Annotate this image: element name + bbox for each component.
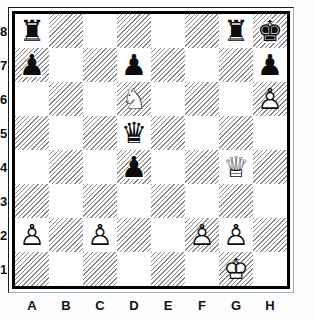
square-g3[interactable] — [219, 184, 253, 218]
square-f3[interactable] — [185, 184, 219, 218]
square-d4[interactable]: ♟♟ — [117, 150, 151, 184]
piece-black-rook: ♜♜ — [15, 14, 49, 48]
piece-white-pawn: ♟♙ — [219, 218, 253, 252]
square-d5[interactable]: ♛♛ — [117, 116, 151, 150]
file-label-f: F — [185, 296, 219, 314]
piece-body-layer: ♟ — [15, 48, 49, 82]
file-label-c: C — [83, 296, 117, 314]
piece-black-pawn: ♟♟ — [15, 48, 49, 82]
square-f5[interactable] — [185, 116, 219, 150]
square-h4[interactable] — [253, 150, 287, 184]
square-a8[interactable]: ♜♜ — [15, 14, 49, 48]
square-c8[interactable] — [83, 14, 117, 48]
piece-body-layer: ♟ — [253, 48, 287, 82]
chess-diagram: ♜♜♜♜♚♚♟♟♟♟♟♟♞♘♟♙♛♛♟♟♛♕♟♙♟♙♟♙♟♙♚♔ 8765432… — [0, 0, 314, 320]
rank-label-5: 5 — [0, 116, 7, 150]
square-g1[interactable]: ♚♔ — [219, 252, 253, 286]
file-label-g: G — [219, 296, 253, 314]
square-h2[interactable] — [253, 218, 287, 252]
square-f1[interactable] — [185, 252, 219, 286]
piece-outline-layer: ♙ — [83, 218, 117, 252]
piece-outline-layer: ♙ — [15, 218, 49, 252]
square-h5[interactable] — [253, 116, 287, 150]
square-h3[interactable] — [253, 184, 287, 218]
piece-outline-layer: ♙ — [219, 218, 253, 252]
rank-label-1: 1 — [0, 252, 7, 286]
piece-body-layer: ♜ — [15, 14, 49, 48]
square-c4[interactable] — [83, 150, 117, 184]
piece-black-pawn: ♟♟ — [253, 48, 287, 82]
square-d2[interactable] — [117, 218, 151, 252]
square-b6[interactable] — [49, 82, 83, 116]
file-label-e: E — [151, 296, 185, 314]
file-label-d: D — [117, 296, 151, 314]
square-c2[interactable]: ♟♙ — [83, 218, 117, 252]
square-a3[interactable] — [15, 184, 49, 218]
square-e4[interactable] — [151, 150, 185, 184]
piece-white-knight: ♞♘ — [117, 82, 151, 116]
square-c1[interactable] — [83, 252, 117, 286]
board-inner-frame: ♜♜♜♜♚♚♟♟♟♟♟♟♞♘♟♙♛♛♟♟♛♕♟♙♟♙♟♙♟♙♚♔ — [12, 11, 290, 289]
chess-board: ♜♜♜♜♚♚♟♟♟♟♟♟♞♘♟♙♛♛♟♟♛♕♟♙♟♙♟♙♟♙♚♔ — [15, 14, 287, 286]
square-g8[interactable]: ♜♜ — [219, 14, 253, 48]
square-e2[interactable] — [151, 218, 185, 252]
piece-body-layer: ♟ — [117, 150, 151, 184]
rank-label-7: 7 — [0, 48, 7, 82]
square-d8[interactable] — [117, 14, 151, 48]
board-outer-frame: ♜♜♜♜♚♚♟♟♟♟♟♟♞♘♟♙♛♛♟♟♛♕♟♙♟♙♟♙♟♙♚♔ — [8, 7, 294, 293]
piece-body-layer: ♚ — [253, 14, 287, 48]
square-c6[interactable] — [83, 82, 117, 116]
square-c7[interactable] — [83, 48, 117, 82]
square-f8[interactable] — [185, 14, 219, 48]
square-a2[interactable]: ♟♙ — [15, 218, 49, 252]
square-f6[interactable] — [185, 82, 219, 116]
rank-label-2: 2 — [0, 218, 7, 252]
square-h8[interactable]: ♚♚ — [253, 14, 287, 48]
square-a1[interactable] — [15, 252, 49, 286]
rank-label-3: 3 — [0, 184, 7, 218]
square-a5[interactable] — [15, 116, 49, 150]
piece-white-pawn: ♟♙ — [83, 218, 117, 252]
square-f4[interactable] — [185, 150, 219, 184]
piece-body-layer: ♜ — [219, 14, 253, 48]
square-f7[interactable] — [185, 48, 219, 82]
file-label-h: H — [253, 296, 287, 314]
square-g7[interactable] — [219, 48, 253, 82]
piece-white-king: ♚♔ — [219, 252, 253, 286]
square-e5[interactable] — [151, 116, 185, 150]
square-g5[interactable] — [219, 116, 253, 150]
file-label-b: B — [49, 296, 83, 314]
piece-black-rook: ♜♜ — [219, 14, 253, 48]
square-d6[interactable]: ♞♘ — [117, 82, 151, 116]
square-b8[interactable] — [49, 14, 83, 48]
square-e3[interactable] — [151, 184, 185, 218]
square-g6[interactable] — [219, 82, 253, 116]
piece-body-layer: ♛ — [117, 116, 151, 150]
rank-label-8: 8 — [0, 14, 7, 48]
square-c3[interactable] — [83, 184, 117, 218]
square-b3[interactable] — [49, 184, 83, 218]
rank-label-6: 6 — [0, 82, 7, 116]
rank-label-4: 4 — [0, 150, 7, 184]
piece-outline-layer: ♔ — [219, 252, 253, 286]
square-d3[interactable] — [117, 184, 151, 218]
square-e7[interactable] — [151, 48, 185, 82]
square-a7[interactable]: ♟♟ — [15, 48, 49, 82]
square-g2[interactable]: ♟♙ — [219, 218, 253, 252]
piece-white-pawn: ♟♙ — [15, 218, 49, 252]
piece-black-pawn: ♟♟ — [117, 48, 151, 82]
square-e1[interactable] — [151, 252, 185, 286]
square-e8[interactable] — [151, 14, 185, 48]
square-b4[interactable] — [49, 150, 83, 184]
piece-outline-layer: ♙ — [253, 82, 287, 116]
square-h1[interactable] — [253, 252, 287, 286]
square-e6[interactable] — [151, 82, 185, 116]
piece-body-layer: ♟ — [117, 48, 151, 82]
piece-black-pawn: ♟♟ — [117, 150, 151, 184]
square-b1[interactable] — [49, 252, 83, 286]
square-f2[interactable]: ♟♙ — [185, 218, 219, 252]
square-a6[interactable] — [15, 82, 49, 116]
piece-outline-layer: ♘ — [117, 82, 151, 116]
square-b5[interactable] — [49, 116, 83, 150]
piece-outline-layer: ♙ — [185, 218, 219, 252]
square-d7[interactable]: ♟♟ — [117, 48, 151, 82]
piece-white-pawn: ♟♙ — [185, 218, 219, 252]
square-b2[interactable] — [49, 218, 83, 252]
file-label-a: A — [15, 296, 49, 314]
piece-white-queen: ♛♕ — [219, 150, 253, 184]
square-h6[interactable]: ♟♙ — [253, 82, 287, 116]
square-a4[interactable] — [15, 150, 49, 184]
square-h7[interactable]: ♟♟ — [253, 48, 287, 82]
square-g4[interactable]: ♛♕ — [219, 150, 253, 184]
piece-black-queen: ♛♛ — [117, 116, 151, 150]
piece-white-pawn: ♟♙ — [253, 82, 287, 116]
square-c5[interactable] — [83, 116, 117, 150]
square-d1[interactable] — [117, 252, 151, 286]
square-b7[interactable] — [49, 48, 83, 82]
piece-outline-layer: ♕ — [219, 150, 253, 184]
piece-black-king: ♚♚ — [253, 14, 287, 48]
